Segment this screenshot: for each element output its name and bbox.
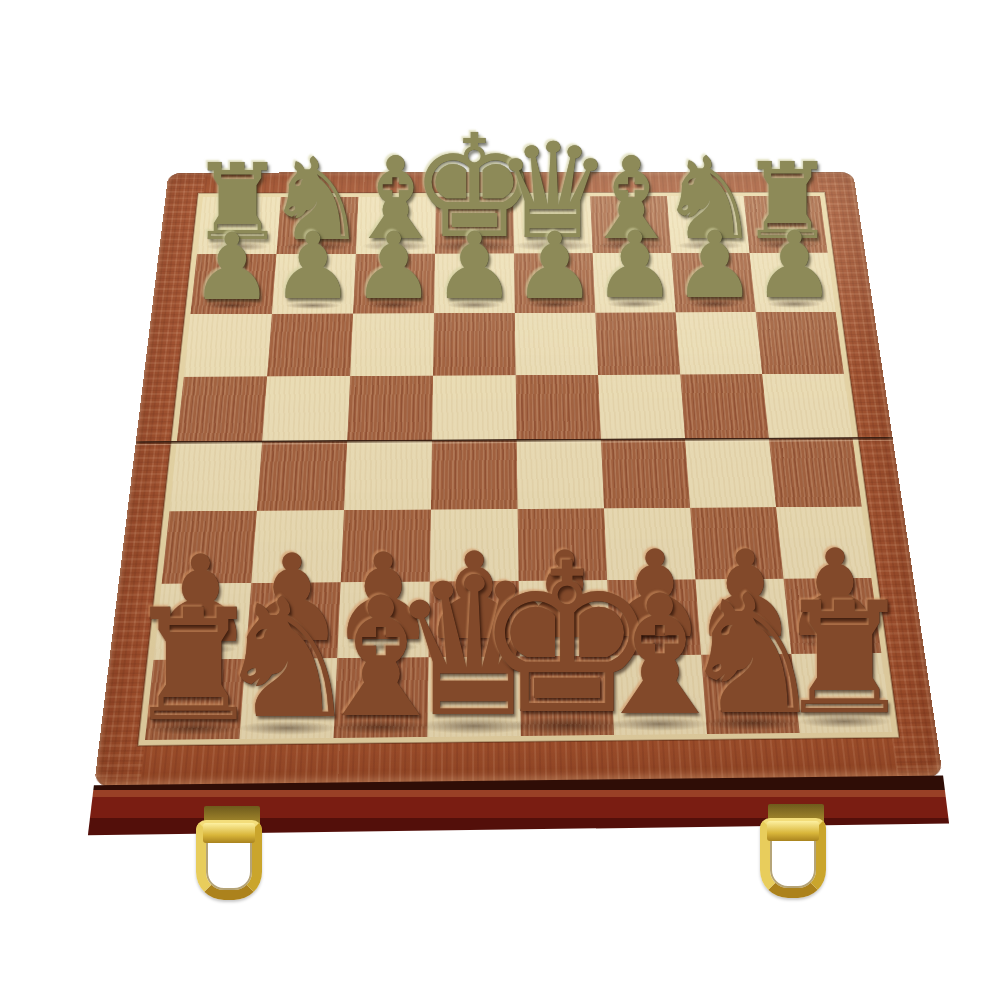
piece-black-pawn[interactable]: ♟ bbox=[749, 224, 841, 309]
square-e4[interactable] bbox=[517, 440, 604, 509]
square-d4[interactable] bbox=[431, 441, 518, 510]
square-h6[interactable] bbox=[756, 312, 844, 374]
piece-black-pawn[interactable]: ♟ bbox=[267, 225, 359, 310]
square-e5[interactable] bbox=[516, 375, 601, 441]
chess-set-product-photo: ♜♞♝♚♛♝♞♜♟♟♟♟♟♟♟♟♟♟♟♟♟♟♟♟♜♞♝♛♚♝♞♜ bbox=[0, 0, 1000, 1000]
square-h4[interactable] bbox=[769, 439, 862, 508]
piece-black-pawn[interactable]: ♟ bbox=[428, 225, 520, 310]
latch-left bbox=[196, 806, 268, 906]
piece-black-pawn[interactable]: ♟ bbox=[509, 225, 601, 310]
square-b4[interactable] bbox=[257, 441, 347, 510]
square-c6[interactable] bbox=[350, 313, 434, 376]
square-g4[interactable] bbox=[685, 439, 776, 508]
piece-white-rook[interactable]: ♜ bbox=[767, 588, 921, 730]
piece-black-pawn[interactable]: ♟ bbox=[669, 224, 761, 309]
square-a5[interactable] bbox=[177, 376, 267, 442]
square-a6[interactable] bbox=[184, 314, 272, 377]
piece-black-pawn[interactable]: ♟ bbox=[589, 224, 681, 309]
square-b5[interactable] bbox=[262, 376, 350, 442]
piece-black-pawn[interactable]: ♟ bbox=[186, 226, 278, 311]
square-f4[interactable] bbox=[601, 440, 690, 509]
latch-right-bar bbox=[767, 821, 819, 841]
square-c5[interactable] bbox=[347, 376, 433, 442]
latch-left-bar bbox=[203, 823, 255, 843]
square-e6[interactable] bbox=[515, 313, 598, 376]
latch-right bbox=[760, 804, 832, 904]
square-b6[interactable] bbox=[267, 314, 353, 377]
square-d5[interactable] bbox=[432, 375, 517, 441]
square-g6[interactable] bbox=[676, 312, 763, 374]
square-g5[interactable] bbox=[680, 374, 769, 439]
square-h5[interactable] bbox=[762, 374, 852, 439]
square-d6[interactable] bbox=[433, 313, 516, 376]
square-f5[interactable] bbox=[598, 374, 685, 440]
piece-black-pawn[interactable]: ♟ bbox=[348, 225, 440, 310]
square-a4[interactable] bbox=[169, 442, 262, 511]
square-c4[interactable] bbox=[344, 441, 432, 510]
square-f6[interactable] bbox=[595, 312, 680, 374]
